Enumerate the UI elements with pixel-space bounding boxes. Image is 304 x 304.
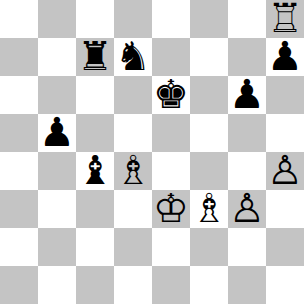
square-b7[interactable] <box>38 38 76 76</box>
square-f3[interactable]: ♗ <box>190 190 228 228</box>
square-a7[interactable] <box>0 38 38 76</box>
square-a4[interactable] <box>0 152 38 190</box>
square-h3[interactable] <box>266 190 304 228</box>
square-d8[interactable] <box>114 0 152 38</box>
square-h8[interactable]: ♖ <box>266 0 304 38</box>
white-bishop-icon: ♗ <box>191 190 227 227</box>
square-e7[interactable] <box>152 38 190 76</box>
square-a8[interactable] <box>0 0 38 38</box>
square-c5[interactable] <box>76 114 114 152</box>
square-f6[interactable] <box>190 76 228 114</box>
square-c1[interactable] <box>76 266 114 304</box>
square-e3[interactable]: ♔ <box>152 190 190 228</box>
square-d1[interactable] <box>114 266 152 304</box>
square-f2[interactable] <box>190 228 228 266</box>
black-pawn-icon: ♟ <box>229 76 265 113</box>
square-d2[interactable] <box>114 228 152 266</box>
square-b3[interactable] <box>38 190 76 228</box>
square-g6[interactable]: ♟ <box>228 76 266 114</box>
square-f4[interactable] <box>190 152 228 190</box>
square-a2[interactable] <box>0 228 38 266</box>
square-h7[interactable]: ♟ <box>266 38 304 76</box>
square-a3[interactable] <box>0 190 38 228</box>
square-b4[interactable] <box>38 152 76 190</box>
square-d7[interactable]: ♞ <box>114 38 152 76</box>
white-rook-icon: ♖ <box>267 0 303 37</box>
square-b2[interactable] <box>38 228 76 266</box>
square-g1[interactable] <box>228 266 266 304</box>
white-king-icon: ♔ <box>153 190 189 227</box>
square-a5[interactable] <box>0 114 38 152</box>
black-rook-icon: ♜ <box>77 38 113 75</box>
square-d5[interactable] <box>114 114 152 152</box>
square-g8[interactable] <box>228 0 266 38</box>
black-knight-icon: ♞ <box>115 38 151 75</box>
square-f8[interactable] <box>190 0 228 38</box>
chess-board: ♖♜♞♟♚♟♟♝♗♙♔♗♙ <box>0 0 304 304</box>
square-a6[interactable] <box>0 76 38 114</box>
square-f5[interactable] <box>190 114 228 152</box>
square-e1[interactable] <box>152 266 190 304</box>
black-pawn-icon: ♟ <box>39 114 75 151</box>
white-pawn-icon: ♙ <box>229 190 265 227</box>
square-h1[interactable] <box>266 266 304 304</box>
square-e2[interactable] <box>152 228 190 266</box>
square-d6[interactable] <box>114 76 152 114</box>
black-bishop-icon: ♝ <box>77 152 113 189</box>
square-g3[interactable]: ♙ <box>228 190 266 228</box>
square-b5[interactable]: ♟ <box>38 114 76 152</box>
square-c7[interactable]: ♜ <box>76 38 114 76</box>
square-c2[interactable] <box>76 228 114 266</box>
square-c3[interactable] <box>76 190 114 228</box>
square-f1[interactable] <box>190 266 228 304</box>
square-e4[interactable] <box>152 152 190 190</box>
square-c4[interactable]: ♝ <box>76 152 114 190</box>
black-pawn-icon: ♟ <box>267 38 303 75</box>
square-g5[interactable] <box>228 114 266 152</box>
square-h5[interactable] <box>266 114 304 152</box>
white-pawn-icon: ♙ <box>267 152 303 189</box>
square-d4[interactable]: ♗ <box>114 152 152 190</box>
square-h4[interactable]: ♙ <box>266 152 304 190</box>
white-bishop-icon: ♗ <box>115 152 151 189</box>
square-b1[interactable] <box>38 266 76 304</box>
square-c6[interactable] <box>76 76 114 114</box>
square-e6[interactable]: ♚ <box>152 76 190 114</box>
square-f7[interactable] <box>190 38 228 76</box>
square-g4[interactable] <box>228 152 266 190</box>
square-b6[interactable] <box>38 76 76 114</box>
square-a1[interactable] <box>0 266 38 304</box>
square-e5[interactable] <box>152 114 190 152</box>
square-b8[interactable] <box>38 0 76 38</box>
square-c8[interactable] <box>76 0 114 38</box>
square-g2[interactable] <box>228 228 266 266</box>
square-e8[interactable] <box>152 0 190 38</box>
square-d3[interactable] <box>114 190 152 228</box>
square-h2[interactable] <box>266 228 304 266</box>
black-king-icon: ♚ <box>153 76 189 113</box>
square-h6[interactable] <box>266 76 304 114</box>
square-g7[interactable] <box>228 38 266 76</box>
